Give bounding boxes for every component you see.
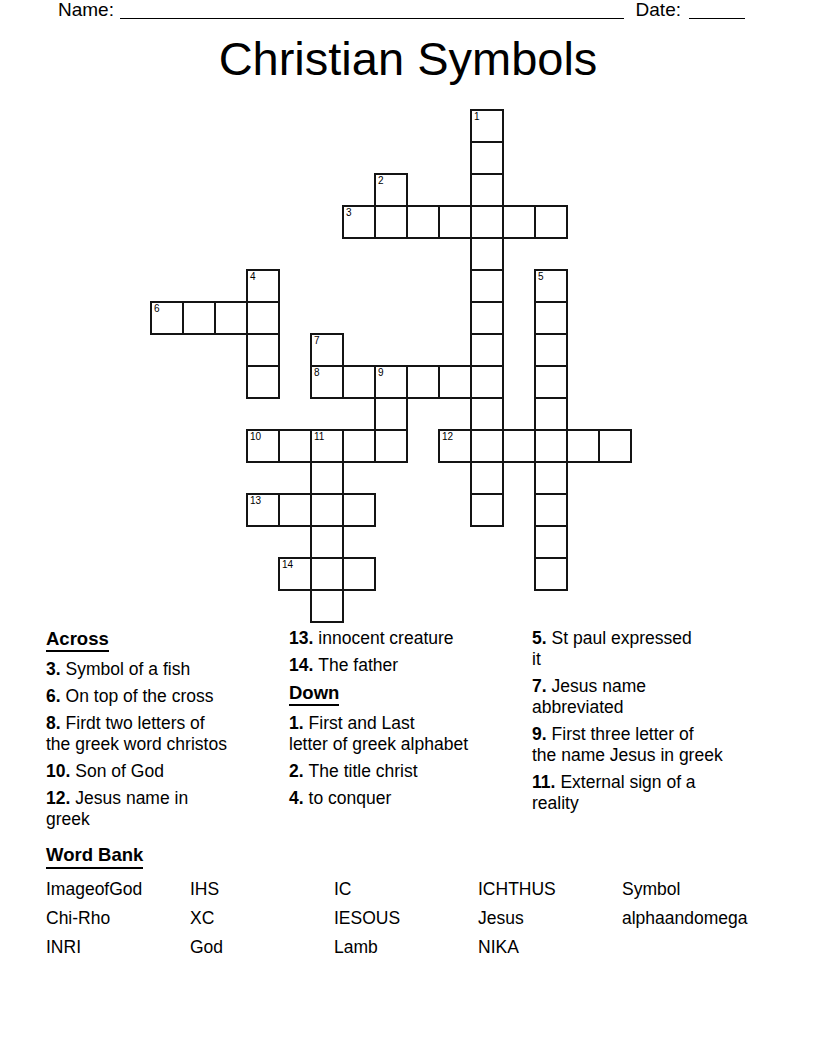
across-header-label: Across [46,628,109,652]
worksheet-page: Name: Date: Christian Symbols 1234567891… [0,0,816,1056]
grid-cell-r3c6[interactable]: 3 [342,205,376,239]
name-input-line[interactable] [120,1,624,19]
name-label: Name: [58,0,114,19]
grid-cell-r9c10[interactable] [470,397,504,431]
clue-text: Jesus name abbreviated [532,676,646,717]
down-clue-2: 2.The title christ [289,761,541,782]
down-clue-9: 9.First three letter of the name Jesus i… [532,724,786,766]
grid-cell-r10c5[interactable]: 11 [310,429,344,463]
grid-cell-r6c12[interactable] [534,301,568,335]
down-clue-1: 1.First and Last letter of greek alphabe… [289,713,541,755]
word-bank-item-ichthus: ICHTHUS [478,880,622,899]
clue-number-12: 12 [442,431,453,442]
clue-number-7: 7 [314,335,320,346]
grid-cell-r8c8[interactable] [406,365,440,399]
across-clue-8: 8.Firdt two letters of the greek word ch… [46,713,284,755]
grid-cell-r12c4[interactable] [278,493,312,527]
grid-cell-r10c13[interactable] [566,429,600,463]
word-bank-item-chi-rho: Chi-Rho [46,909,190,928]
across-clue-13: 13.innocent creature [289,628,541,649]
grid-cell-r10c6[interactable] [342,429,376,463]
word-bank-item-god: God [190,938,334,957]
grid-cell-r6c1[interactable] [182,301,216,335]
across-clue-12: 12.Jesus name in greek [46,788,284,830]
down-clue-4: 4.to conquer [289,788,541,809]
grid-cell-r7c5[interactable]: 7 [310,333,344,367]
word-bank-item-inri: INRI [46,938,190,957]
grid-cell-r12c6[interactable] [342,493,376,527]
grid-cell-r5c3[interactable]: 4 [246,269,280,303]
grid-cell-r10c10[interactable] [470,429,504,463]
down-clue-5: 5.St paul expressed it [532,628,786,670]
clue-number-4: 4 [250,271,256,282]
clue-num-label: 4. [289,788,304,808]
grid-cell-r10c9[interactable]: 12 [438,429,472,463]
word-bank-item-iesous: IESOUS [334,909,478,928]
date-label: Date: [636,0,681,19]
word-bank-header: Word Bank [46,844,766,869]
grid-cell-r11c5[interactable] [310,461,344,495]
clue-text: innocent creature [318,628,453,648]
word-bank-item-ihs: IHS [190,880,334,899]
grid-cell-r8c12[interactable] [534,365,568,399]
clue-number-9: 9 [378,367,384,378]
clue-num-label: 8. [46,713,61,733]
grid-cell-r7c3[interactable] [246,333,280,367]
word-bank-item-alphaandomega: alphaandomega [622,909,766,928]
grid-cell-r13c12[interactable] [534,525,568,559]
grid-cell-r14c12[interactable] [534,557,568,591]
across-clue-6: 6.On top of the cross [46,686,284,707]
clue-text: First three letter of the name Jesus in … [532,724,723,765]
down-clue-11: 11.External sign of a reality [532,772,786,814]
grid-cell-r10c4[interactable] [278,429,312,463]
grid-cell-r12c5[interactable] [310,493,344,527]
grid-cell-r3c12[interactable] [534,205,568,239]
grid-cell-r2c10[interactable] [470,173,504,207]
clue-text: Symbol of a fish [66,659,191,679]
grid-cell-r3c7[interactable] [374,205,408,239]
grid-cell-r7c12[interactable] [534,333,568,367]
clue-num-label: 2. [289,761,304,781]
grid-cell-r10c11[interactable] [502,429,536,463]
grid-cell-r4c10[interactable] [470,237,504,271]
grid-cell-r6c10[interactable] [470,301,504,335]
grid-cell-r10c3[interactable]: 10 [246,429,280,463]
clue-number-10: 10 [250,431,261,442]
grid-cell-r12c10[interactable] [470,493,504,527]
grid-cell-r3c11[interactable] [502,205,536,239]
grid-cell-r10c12[interactable] [534,429,568,463]
clue-number-8: 8 [314,367,320,378]
clue-num-label: 5. [532,628,547,648]
clue-text: The father [318,655,398,675]
crossword-grid: 1234567891011121314 [150,109,632,623]
grid-cell-r15c5[interactable] [310,589,344,623]
clue-number-14: 14 [282,559,293,570]
word-bank-item-ic: IC [334,880,478,899]
clue-number-5: 5 [538,271,544,282]
clue-num-label: 7. [532,676,547,696]
word-bank-item-xc: XC [190,909,334,928]
word-bank-item-jesus: Jesus [478,909,622,928]
clue-num-label: 11. [532,772,555,792]
grid-cell-r2c7[interactable]: 2 [374,173,408,207]
grid-cell-r5c10[interactable] [470,269,504,303]
across-header: Across [46,628,284,652]
grid-cell-r3c10[interactable] [470,205,504,239]
grid-cell-r8c5[interactable]: 8 [310,365,344,399]
grid-cell-r3c9[interactable] [438,205,472,239]
clue-text: St paul expressed it [532,628,692,669]
grid-cell-r14c6[interactable] [342,557,376,591]
clue-number-1: 1 [474,111,480,122]
word-bank-item-symbol: Symbol [622,880,766,899]
grid-cell-r9c7[interactable] [374,397,408,431]
word-bank-item-imageofgod: ImageofGod [46,880,190,899]
grid-cell-r8c9[interactable] [438,365,472,399]
grid-cell-r3c8[interactable] [406,205,440,239]
clue-num-label: 6. [46,686,61,706]
down-clue-7: 7.Jesus name abbreviated [532,676,786,718]
clues-column-2: 13.innocent creature14.The fatherDown1.F… [289,628,541,815]
grid-cell-r8c7[interactable]: 9 [374,365,408,399]
across-clue-14: 14.The father [289,655,541,676]
word-bank-section: Word Bank ImageofGodIHSICICHTHUSSymbolCh… [46,844,766,957]
clue-num-label: 12. [46,788,70,808]
clue-number-11: 11 [314,431,324,442]
grid-cell-r8c10[interactable] [470,365,504,399]
grid-cell-r14c5[interactable] [310,557,344,591]
word-bank-label: Word Bank [46,844,143,869]
header-row: Name: Date: [58,0,745,19]
clue-num-label: 13. [289,628,313,648]
grid-cell-r10c7[interactable] [374,429,408,463]
grid-cell-r6c2[interactable] [214,301,248,335]
clue-number-6: 6 [154,303,160,314]
clue-text: First and Last letter of greek alphabet [289,713,468,754]
grid-cell-r10c14[interactable] [598,429,632,463]
clue-num-label: 3. [46,659,61,679]
grid-cell-r11c12[interactable] [534,461,568,495]
grid-cell-r1c10[interactable] [470,141,504,175]
puzzle-title: Christian Symbols [0,30,816,88]
clue-number-13: 13 [250,495,261,506]
clues-column-1: Across3.Symbol of a fish6.On top of the … [46,628,284,836]
grid-cell-r8c6[interactable] [342,365,376,399]
date-input-line[interactable] [689,1,745,19]
clue-num-label: 9. [532,724,547,744]
word-bank-item-nika: NIKA [478,938,622,957]
clue-num-label: 1. [289,713,304,733]
grid-cell-r6c0[interactable]: 6 [150,301,184,335]
grid-cell-r14c4[interactable]: 14 [278,557,312,591]
clue-text: On top of the cross [66,686,214,706]
grid-cell-r7c10[interactable] [470,333,504,367]
across-clue-3: 3.Symbol of a fish [46,659,284,680]
clue-text: External sign of a reality [532,772,696,813]
down-header: Down [289,682,541,706]
word-bank-item-lamb: Lamb [334,938,478,957]
clue-num-label: 14. [289,655,313,675]
word-bank-grid: ImageofGodIHSICICHTHUSSymbolChi-RhoXCIES… [46,880,766,957]
grid-cell-r11c10[interactable] [470,461,504,495]
grid-cell-r6c3[interactable] [246,301,280,335]
clue-text: Firdt two letters of the greek word chri… [46,713,227,754]
grid-cell-r12c12[interactable] [534,493,568,527]
clue-number-3: 3 [346,207,352,218]
across-clue-10: 10.Son of God [46,761,284,782]
grid-cell-r9c12[interactable] [534,397,568,431]
grid-cell-r12c3[interactable]: 13 [246,493,280,527]
grid-cell-r5c12[interactable]: 5 [534,269,568,303]
clue-text: to conquer [309,788,392,808]
grid-cell-r13c5[interactable] [310,525,344,559]
down-header-label: Down [289,682,339,706]
clues-column-3: 5.St paul expressed it7.Jesus name abbre… [532,628,786,820]
grid-cell-r8c3[interactable] [246,365,280,399]
clue-text: Son of God [75,761,164,781]
clue-number-2: 2 [378,175,384,186]
grid-cell-r0c10[interactable]: 1 [470,109,504,143]
clue-text: The title christ [309,761,418,781]
clue-num-label: 10. [46,761,70,781]
